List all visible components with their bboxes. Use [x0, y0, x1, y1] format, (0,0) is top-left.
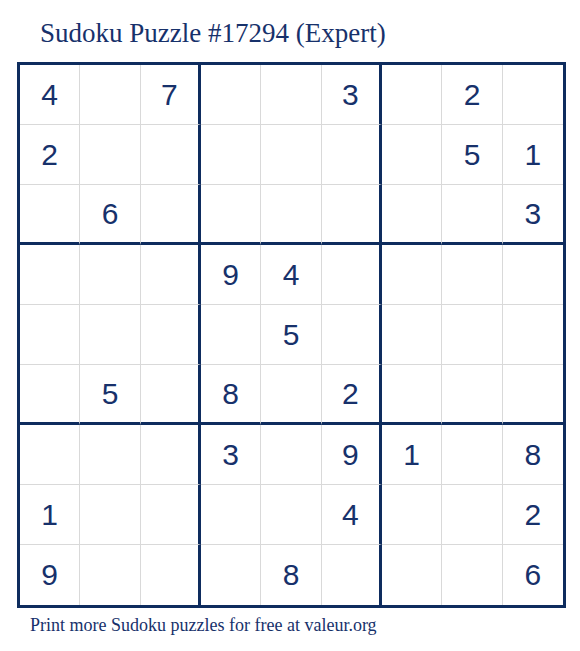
footer-note: Print more Sudoku puzzles for free at va…	[30, 615, 377, 636]
cell-r1c3[interactable]: 7	[141, 65, 201, 125]
cell-r8c7[interactable]	[382, 485, 442, 545]
cell-r7c6[interactable]: 9	[322, 425, 382, 485]
cell-r7c1[interactable]	[20, 425, 80, 485]
cell-r7c7[interactable]: 1	[382, 425, 442, 485]
cell-r6c6[interactable]: 2	[322, 365, 382, 425]
cell-r2c9[interactable]: 1	[503, 125, 563, 185]
cell-r7c2[interactable]	[80, 425, 140, 485]
cell-r2c5[interactable]	[261, 125, 321, 185]
cell-r4c8[interactable]	[442, 245, 502, 305]
cell-r6c5[interactable]	[261, 365, 321, 425]
sudoku-board: 4732251639455823918142986	[17, 62, 566, 608]
cell-r8c1[interactable]: 1	[20, 485, 80, 545]
cell-r2c8[interactable]: 5	[442, 125, 502, 185]
cell-r2c4[interactable]	[201, 125, 261, 185]
cell-r8c4[interactable]	[201, 485, 261, 545]
cell-r8c9[interactable]: 2	[503, 485, 563, 545]
cell-r4c9[interactable]	[503, 245, 563, 305]
cell-r4c6[interactable]	[322, 245, 382, 305]
cell-r3c7[interactable]	[382, 185, 442, 245]
cell-r1c6[interactable]: 3	[322, 65, 382, 125]
cell-r5c9[interactable]	[503, 305, 563, 365]
cell-r6c2[interactable]: 5	[80, 365, 140, 425]
cell-r7c4[interactable]: 3	[201, 425, 261, 485]
cell-r1c7[interactable]	[382, 65, 442, 125]
cell-r3c3[interactable]	[141, 185, 201, 245]
cell-r4c2[interactable]	[80, 245, 140, 305]
cell-r4c7[interactable]	[382, 245, 442, 305]
cell-r1c4[interactable]	[201, 65, 261, 125]
cell-r6c1[interactable]	[20, 365, 80, 425]
cell-r7c3[interactable]	[141, 425, 201, 485]
puzzle-title: Sudoku Puzzle #17294 (Expert)	[40, 18, 386, 49]
cell-r5c1[interactable]	[20, 305, 80, 365]
cell-r8c2[interactable]	[80, 485, 140, 545]
cell-r8c3[interactable]	[141, 485, 201, 545]
cell-r8c6[interactable]: 4	[322, 485, 382, 545]
cell-r9c7[interactable]	[382, 545, 442, 605]
cell-r6c8[interactable]	[442, 365, 502, 425]
cell-r3c9[interactable]: 3	[503, 185, 563, 245]
cell-r9c8[interactable]	[442, 545, 502, 605]
cell-r7c9[interactable]: 8	[503, 425, 563, 485]
cell-r7c8[interactable]	[442, 425, 502, 485]
cell-r1c9[interactable]	[503, 65, 563, 125]
cell-r9c4[interactable]	[201, 545, 261, 605]
cell-r4c3[interactable]	[141, 245, 201, 305]
cell-r2c1[interactable]: 2	[20, 125, 80, 185]
cell-r4c5[interactable]: 4	[261, 245, 321, 305]
cell-r6c7[interactable]	[382, 365, 442, 425]
cell-r3c1[interactable]	[20, 185, 80, 245]
cell-r4c4[interactable]: 9	[201, 245, 261, 305]
cell-r5c3[interactable]	[141, 305, 201, 365]
cell-r2c2[interactable]	[80, 125, 140, 185]
cell-r9c9[interactable]: 6	[503, 545, 563, 605]
cell-r6c4[interactable]: 8	[201, 365, 261, 425]
cell-r6c3[interactable]	[141, 365, 201, 425]
cell-r2c3[interactable]	[141, 125, 201, 185]
cell-r5c4[interactable]	[201, 305, 261, 365]
cell-r9c2[interactable]	[80, 545, 140, 605]
cell-r5c2[interactable]	[80, 305, 140, 365]
cell-r8c5[interactable]	[261, 485, 321, 545]
cell-r3c5[interactable]	[261, 185, 321, 245]
cell-r5c5[interactable]: 5	[261, 305, 321, 365]
cell-r4c1[interactable]	[20, 245, 80, 305]
sudoku-page: Sudoku Puzzle #17294 (Expert) 4732251639…	[0, 0, 580, 651]
cell-r9c1[interactable]: 9	[20, 545, 80, 605]
cell-r5c8[interactable]	[442, 305, 502, 365]
cell-r9c5[interactable]: 8	[261, 545, 321, 605]
cell-r5c6[interactable]	[322, 305, 382, 365]
cell-r5c7[interactable]	[382, 305, 442, 365]
cell-r3c6[interactable]	[322, 185, 382, 245]
cell-r2c7[interactable]	[382, 125, 442, 185]
cell-r3c2[interactable]: 6	[80, 185, 140, 245]
cell-r3c8[interactable]	[442, 185, 502, 245]
cell-r6c9[interactable]	[503, 365, 563, 425]
cell-r9c3[interactable]	[141, 545, 201, 605]
cell-r9c6[interactable]	[322, 545, 382, 605]
cell-r1c1[interactable]: 4	[20, 65, 80, 125]
cell-r2c6[interactable]	[322, 125, 382, 185]
cell-r1c5[interactable]	[261, 65, 321, 125]
cell-r7c5[interactable]	[261, 425, 321, 485]
cell-r1c8[interactable]: 2	[442, 65, 502, 125]
cell-r8c8[interactable]	[442, 485, 502, 545]
cell-r3c4[interactable]	[201, 185, 261, 245]
cell-r1c2[interactable]	[80, 65, 140, 125]
